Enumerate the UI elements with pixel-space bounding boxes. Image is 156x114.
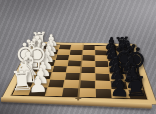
board-square	[32, 79, 49, 87]
board-square	[48, 80, 64, 88]
board-square	[96, 89, 112, 98]
board-square	[123, 68, 138, 75]
chess-set-photo: ♜♞♝♛♚♝♞♜♟♟♟♟♟♟♟♟♟♟♟♟♟♟♟♟♜♞♝♛♚♝♞♜	[0, 0, 156, 114]
board-square	[45, 88, 62, 97]
board-square	[80, 73, 94, 80]
board-square	[80, 81, 95, 89]
board-square	[96, 81, 111, 89]
board-square	[128, 90, 146, 99]
board-square	[38, 66, 53, 72]
board-square	[81, 67, 95, 74]
board-square	[29, 87, 47, 96]
board-square	[125, 74, 141, 81]
board-square	[64, 80, 80, 88]
board-square	[68, 60, 81, 66]
board-square	[54, 60, 68, 66]
chess-board	[1, 42, 156, 104]
board-square	[96, 74, 111, 81]
board-square	[126, 82, 143, 90]
board-square	[110, 74, 125, 81]
board-square	[112, 89, 129, 98]
board-square	[95, 61, 108, 67]
board-square	[52, 66, 67, 72]
board-square	[95, 67, 109, 74]
board-square	[62, 88, 79, 97]
board-square	[50, 73, 65, 80]
board-square	[35, 72, 51, 79]
board-square	[109, 67, 124, 74]
board-square	[82, 61, 95, 67]
board-square	[67, 66, 81, 73]
board-square	[65, 73, 80, 80]
board-square	[79, 89, 95, 98]
board-square	[111, 81, 127, 89]
